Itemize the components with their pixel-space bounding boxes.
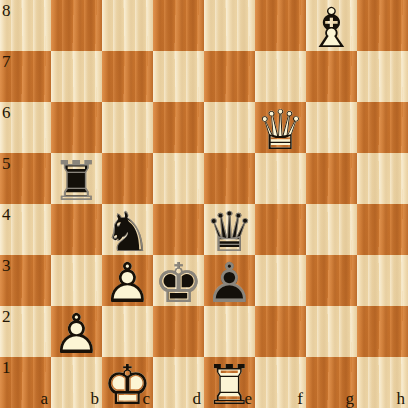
rank-label-8: 8 (2, 2, 11, 19)
piece-outline-glyph: ♔ (153, 258, 204, 306)
square-h8[interactable] (357, 0, 408, 51)
black-queen[interactable]: ♛♕ (204, 204, 255, 255)
square-h1[interactable]: h (357, 357, 408, 408)
square-f8[interactable] (255, 0, 306, 51)
square-d4[interactable] (153, 204, 204, 255)
square-g6[interactable] (306, 102, 357, 153)
chess-board: 8♝♗76♛♕5♜♖4♞♘♛♕3♟♙♚♔♟♙2♟♙1abc♚♔de♜♖fgh (0, 0, 408, 408)
square-g7[interactable] (306, 51, 357, 102)
square-e6[interactable] (204, 102, 255, 153)
file-label-g: g (346, 390, 355, 407)
square-d8[interactable] (153, 0, 204, 51)
file-label-b: b (91, 390, 100, 407)
square-d6[interactable] (153, 102, 204, 153)
white-pawn[interactable]: ♟♙ (102, 255, 153, 306)
square-c1[interactable]: c♚♔ (102, 357, 153, 408)
square-f4[interactable] (255, 204, 306, 255)
square-e5[interactable] (204, 153, 255, 204)
square-e8[interactable] (204, 0, 255, 51)
square-c4[interactable]: ♞♘ (102, 204, 153, 255)
file-label-d: d (193, 390, 202, 407)
square-c2[interactable] (102, 306, 153, 357)
piece-outline-glyph: ♘ (102, 207, 153, 255)
square-h5[interactable] (357, 153, 408, 204)
piece-outline-glyph: ♙ (102, 258, 153, 306)
square-h3[interactable] (357, 255, 408, 306)
square-d2[interactable] (153, 306, 204, 357)
white-bishop[interactable]: ♝♗ (306, 0, 357, 51)
square-a6[interactable]: 6 (0, 102, 51, 153)
square-g3[interactable] (306, 255, 357, 306)
square-f1[interactable]: f (255, 357, 306, 408)
square-h6[interactable] (357, 102, 408, 153)
square-b4[interactable] (51, 204, 102, 255)
white-pawn[interactable]: ♟♙ (51, 306, 102, 357)
square-e2[interactable] (204, 306, 255, 357)
square-h7[interactable] (357, 51, 408, 102)
square-g5[interactable] (306, 153, 357, 204)
square-a7[interactable]: 7 (0, 51, 51, 102)
file-label-c: c (142, 390, 150, 407)
square-a1[interactable]: 1a (0, 357, 51, 408)
piece-outline-glyph: ♖ (51, 156, 102, 204)
square-a5[interactable]: 5 (0, 153, 51, 204)
piece-outline-glyph: ♕ (204, 207, 255, 255)
square-d5[interactable] (153, 153, 204, 204)
black-rook[interactable]: ♜♖ (51, 153, 102, 204)
piece-outline-glyph: ♙ (51, 309, 102, 357)
square-f7[interactable] (255, 51, 306, 102)
square-b3[interactable] (51, 255, 102, 306)
square-c5[interactable] (102, 153, 153, 204)
square-c7[interactable] (102, 51, 153, 102)
piece-outline-glyph: ♕ (255, 105, 306, 153)
square-b8[interactable] (51, 0, 102, 51)
square-a4[interactable]: 4 (0, 204, 51, 255)
square-a3[interactable]: 3 (0, 255, 51, 306)
square-b1[interactable]: b (51, 357, 102, 408)
black-pawn[interactable]: ♟♙ (204, 255, 255, 306)
square-f6[interactable]: ♛♕ (255, 102, 306, 153)
file-label-h: h (397, 390, 406, 407)
square-d3[interactable]: ♚♔ (153, 255, 204, 306)
square-h2[interactable] (357, 306, 408, 357)
rank-label-4: 4 (2, 206, 11, 223)
square-c6[interactable] (102, 102, 153, 153)
rank-label-3: 3 (2, 257, 11, 274)
square-g4[interactable] (306, 204, 357, 255)
square-b7[interactable] (51, 51, 102, 102)
square-c8[interactable] (102, 0, 153, 51)
rank-label-5: 5 (2, 155, 11, 172)
square-g2[interactable] (306, 306, 357, 357)
rank-label-2: 2 (2, 308, 11, 325)
square-e7[interactable] (204, 51, 255, 102)
piece-outline-glyph: ♙ (204, 258, 255, 306)
square-d1[interactable]: d (153, 357, 204, 408)
rank-label-6: 6 (2, 104, 11, 121)
file-label-f: f (297, 390, 303, 407)
square-f3[interactable] (255, 255, 306, 306)
white-queen[interactable]: ♛♕ (255, 102, 306, 153)
square-e1[interactable]: e♜♖ (204, 357, 255, 408)
square-e3[interactable]: ♟♙ (204, 255, 255, 306)
rank-label-7: 7 (2, 53, 11, 70)
black-knight[interactable]: ♞♘ (102, 204, 153, 255)
rank-label-1: 1 (2, 359, 11, 376)
square-b6[interactable] (51, 102, 102, 153)
file-label-e: e (244, 390, 252, 407)
square-d7[interactable] (153, 51, 204, 102)
file-label-a: a (40, 390, 48, 407)
square-a8[interactable]: 8 (0, 0, 51, 51)
square-c3[interactable]: ♟♙ (102, 255, 153, 306)
square-e4[interactable]: ♛♕ (204, 204, 255, 255)
black-king[interactable]: ♚♔ (153, 255, 204, 306)
square-b5[interactable]: ♜♖ (51, 153, 102, 204)
square-a2[interactable]: 2 (0, 306, 51, 357)
square-f5[interactable] (255, 153, 306, 204)
square-b2[interactable]: ♟♙ (51, 306, 102, 357)
square-g1[interactable]: g (306, 357, 357, 408)
square-h4[interactable] (357, 204, 408, 255)
square-g8[interactable]: ♝♗ (306, 0, 357, 51)
piece-outline-glyph: ♗ (306, 3, 357, 51)
square-f2[interactable] (255, 306, 306, 357)
